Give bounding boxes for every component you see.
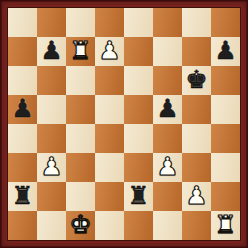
square-a4[interactable] (8, 124, 37, 153)
square-a8[interactable] (8, 8, 37, 37)
square-b6[interactable] (37, 66, 66, 95)
square-c5[interactable] (66, 95, 95, 124)
square-h2[interactable] (211, 182, 240, 211)
square-d6[interactable] (95, 66, 124, 95)
square-d7[interactable]: ♟ (95, 37, 124, 66)
black-rook-a2[interactable]: ♜ (11, 182, 33, 210)
square-h3[interactable] (211, 153, 240, 182)
square-g2[interactable]: ♟ (182, 182, 211, 211)
square-e4[interactable] (124, 124, 153, 153)
square-d2[interactable] (95, 182, 124, 211)
square-h6[interactable] (211, 66, 240, 95)
square-b2[interactable] (37, 182, 66, 211)
square-a6[interactable] (8, 66, 37, 95)
square-f8[interactable] (153, 8, 182, 37)
square-a7[interactable] (8, 37, 37, 66)
square-e5[interactable] (124, 95, 153, 124)
square-g1[interactable] (182, 211, 211, 240)
square-e2[interactable]: ♜ (124, 182, 153, 211)
square-f5[interactable]: ♟ (153, 95, 182, 124)
square-h8[interactable] (211, 8, 240, 37)
square-c1[interactable]: ♚ (66, 211, 95, 240)
square-c6[interactable] (66, 66, 95, 95)
white-pawn-d7[interactable]: ♟ (98, 37, 120, 65)
white-pawn-g2[interactable]: ♟ (185, 182, 207, 210)
square-a3[interactable] (8, 153, 37, 182)
chess-board: ♟♜♟♟♚♟♟♟♟♜♜♟♚♜ (8, 8, 240, 240)
black-pawn-h7[interactable]: ♟ (214, 37, 236, 65)
black-pawn-a5[interactable]: ♟ (11, 95, 33, 123)
square-g6[interactable]: ♚ (182, 66, 211, 95)
square-d5[interactable] (95, 95, 124, 124)
white-rook-c7[interactable]: ♜ (69, 37, 91, 65)
square-f3[interactable]: ♟ (153, 153, 182, 182)
square-c8[interactable] (66, 8, 95, 37)
square-d1[interactable] (95, 211, 124, 240)
square-f6[interactable] (153, 66, 182, 95)
black-rook-e2[interactable]: ♜ (127, 182, 149, 210)
square-b7[interactable]: ♟ (37, 37, 66, 66)
square-c3[interactable] (66, 153, 95, 182)
square-e1[interactable] (124, 211, 153, 240)
square-a5[interactable]: ♟ (8, 95, 37, 124)
board-frame: ♟♜♟♟♚♟♟♟♟♜♜♟♚♜ (0, 0, 248, 248)
square-f1[interactable] (153, 211, 182, 240)
black-king-g6[interactable]: ♚ (185, 66, 207, 94)
square-g4[interactable] (182, 124, 211, 153)
square-b5[interactable] (37, 95, 66, 124)
square-g8[interactable] (182, 8, 211, 37)
square-f2[interactable] (153, 182, 182, 211)
square-h4[interactable] (211, 124, 240, 153)
square-d3[interactable] (95, 153, 124, 182)
square-e7[interactable] (124, 37, 153, 66)
white-rook-h1[interactable]: ♜ (214, 211, 236, 239)
square-e6[interactable] (124, 66, 153, 95)
black-pawn-b7[interactable]: ♟ (40, 37, 62, 65)
square-b4[interactable] (37, 124, 66, 153)
white-pawn-f3[interactable]: ♟ (156, 153, 178, 181)
square-b8[interactable] (37, 8, 66, 37)
square-a1[interactable] (8, 211, 37, 240)
square-h1[interactable]: ♜ (211, 211, 240, 240)
white-pawn-b3[interactable]: ♟ (40, 153, 62, 181)
square-b3[interactable]: ♟ (37, 153, 66, 182)
square-c4[interactable] (66, 124, 95, 153)
square-g7[interactable] (182, 37, 211, 66)
square-e3[interactable] (124, 153, 153, 182)
square-g3[interactable] (182, 153, 211, 182)
square-h5[interactable] (211, 95, 240, 124)
square-h7[interactable]: ♟ (211, 37, 240, 66)
square-g5[interactable] (182, 95, 211, 124)
black-pawn-f5[interactable]: ♟ (156, 95, 178, 123)
square-c7[interactable]: ♜ (66, 37, 95, 66)
square-a2[interactable]: ♜ (8, 182, 37, 211)
square-f7[interactable] (153, 37, 182, 66)
square-b1[interactable] (37, 211, 66, 240)
square-f4[interactable] (153, 124, 182, 153)
square-c2[interactable] (66, 182, 95, 211)
white-king-c1[interactable]: ♚ (69, 211, 91, 239)
square-d8[interactable] (95, 8, 124, 37)
square-d4[interactable] (95, 124, 124, 153)
square-e8[interactable] (124, 8, 153, 37)
